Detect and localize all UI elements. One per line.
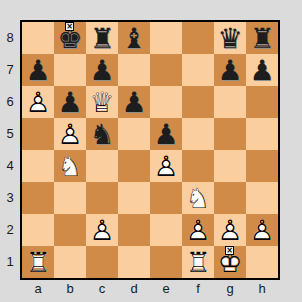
square-d3[interactable] bbox=[118, 182, 150, 214]
piece-white-king[interactable]: ♚♔× bbox=[214, 246, 246, 278]
file-labels: abcdefgh bbox=[22, 280, 278, 298]
square-b7[interactable] bbox=[54, 54, 86, 86]
chess-app-frame: 87654321 ♚×♜♝♛♜♟♟♟♟♟♙♟♛♕♟♟♙♞♟♞♘♟♙♞♘♟♙♟♙♟… bbox=[0, 0, 302, 302]
black-pawn-icon: ♟ bbox=[118, 86, 150, 118]
piece-white-queen[interactable]: ♛♕ bbox=[86, 86, 118, 118]
square-e6[interactable] bbox=[150, 86, 182, 118]
piece-black-pawn[interactable]: ♟ bbox=[246, 54, 278, 86]
square-d1[interactable] bbox=[118, 246, 150, 278]
piece-black-pawn[interactable]: ♟ bbox=[22, 54, 54, 86]
square-f1[interactable]: ♜♖ bbox=[182, 246, 214, 278]
square-a7[interactable]: ♟ bbox=[22, 54, 54, 86]
square-f4[interactable] bbox=[182, 150, 214, 182]
rank-label-6: 6 bbox=[0, 86, 20, 118]
white-pawn-outline-icon: ♙ bbox=[54, 118, 86, 150]
rank-label-5: 5 bbox=[0, 118, 20, 150]
square-h3[interactable] bbox=[246, 182, 278, 214]
white-knight-outline-icon: ♘ bbox=[182, 182, 214, 214]
square-f2[interactable]: ♟♙ bbox=[182, 214, 214, 246]
piece-black-pawn[interactable]: ♟ bbox=[214, 54, 246, 86]
rank-label-8: 8 bbox=[0, 22, 20, 54]
square-g8[interactable]: ♛ bbox=[214, 22, 246, 54]
square-c6[interactable]: ♛♕ bbox=[86, 86, 118, 118]
square-b1[interactable] bbox=[54, 246, 86, 278]
piece-white-knight[interactable]: ♞♘ bbox=[182, 182, 214, 214]
square-e4[interactable]: ♟♙ bbox=[150, 150, 182, 182]
white-pawn-outline-icon: ♙ bbox=[150, 150, 182, 182]
square-b6[interactable]: ♟ bbox=[54, 86, 86, 118]
square-g4[interactable] bbox=[214, 150, 246, 182]
rank-label-4: 4 bbox=[0, 150, 20, 182]
square-g5[interactable] bbox=[214, 118, 246, 150]
piece-white-pawn[interactable]: ♟♙ bbox=[150, 150, 182, 182]
square-h2[interactable]: ♟♙ bbox=[246, 214, 278, 246]
square-d6[interactable]: ♟ bbox=[118, 86, 150, 118]
file-label-a: a bbox=[22, 280, 54, 298]
piece-white-pawn[interactable]: ♟♙ bbox=[246, 214, 278, 246]
square-b3[interactable] bbox=[54, 182, 86, 214]
square-e3[interactable] bbox=[150, 182, 182, 214]
white-pawn-outline-icon: ♙ bbox=[214, 214, 246, 246]
square-f3[interactable]: ♞♘ bbox=[182, 182, 214, 214]
square-b8[interactable]: ♚× bbox=[54, 22, 86, 54]
square-h7[interactable]: ♟ bbox=[246, 54, 278, 86]
black-pawn-icon: ♟ bbox=[54, 86, 86, 118]
piece-white-pawn[interactable]: ♟♙ bbox=[22, 86, 54, 118]
king-x-marker-icon: × bbox=[65, 22, 74, 31]
square-f5[interactable] bbox=[182, 118, 214, 150]
square-g2[interactable]: ♟♙ bbox=[214, 214, 246, 246]
square-e5[interactable]: ♟ bbox=[150, 118, 182, 150]
square-d2[interactable] bbox=[118, 214, 150, 246]
white-queen-outline-icon: ♕ bbox=[86, 86, 118, 118]
piece-black-rook[interactable]: ♜ bbox=[246, 22, 278, 54]
piece-black-rook[interactable]: ♜ bbox=[86, 22, 118, 54]
square-d4[interactable] bbox=[118, 150, 150, 182]
piece-black-pawn[interactable]: ♟ bbox=[86, 54, 118, 86]
white-pawn-outline-icon: ♙ bbox=[86, 214, 118, 246]
black-bishop-icon: ♝ bbox=[118, 22, 150, 54]
black-pawn-icon: ♟ bbox=[214, 54, 246, 86]
white-knight-outline-icon: ♘ bbox=[54, 150, 86, 182]
piece-black-knight[interactable]: ♞ bbox=[86, 118, 118, 150]
square-c2[interactable]: ♟♙ bbox=[86, 214, 118, 246]
white-rook-outline-icon: ♖ bbox=[182, 246, 214, 278]
piece-black-pawn[interactable]: ♟ bbox=[118, 86, 150, 118]
piece-white-rook[interactable]: ♜♖ bbox=[22, 246, 54, 278]
square-a8[interactable] bbox=[22, 22, 54, 54]
piece-black-king[interactable]: ♚× bbox=[54, 22, 86, 54]
square-a6[interactable]: ♟♙ bbox=[22, 86, 54, 118]
square-h1[interactable] bbox=[246, 246, 278, 278]
square-e2[interactable] bbox=[150, 214, 182, 246]
board-frame: ♚×♜♝♛♜♟♟♟♟♟♙♟♛♕♟♟♙♞♟♞♘♟♙♞♘♟♙♟♙♟♙♟♙♜♖♜♖♚♔… bbox=[20, 20, 280, 280]
square-g3[interactable] bbox=[214, 182, 246, 214]
square-g1[interactable]: ♚♔× bbox=[214, 246, 246, 278]
square-c4[interactable] bbox=[86, 150, 118, 182]
square-a4[interactable] bbox=[22, 150, 54, 182]
square-g6[interactable] bbox=[214, 86, 246, 118]
rank-label-2: 2 bbox=[0, 214, 20, 246]
square-a3[interactable] bbox=[22, 182, 54, 214]
square-f7[interactable] bbox=[182, 54, 214, 86]
board: ♚×♜♝♛♜♟♟♟♟♟♙♟♛♕♟♟♙♞♟♞♘♟♙♞♘♟♙♟♙♟♙♟♙♜♖♜♖♚♔… bbox=[22, 22, 278, 278]
square-h8[interactable]: ♜ bbox=[246, 22, 278, 54]
file-label-h: h bbox=[246, 280, 278, 298]
square-c7[interactable]: ♟ bbox=[86, 54, 118, 86]
square-d8[interactable]: ♝ bbox=[118, 22, 150, 54]
square-c1[interactable] bbox=[86, 246, 118, 278]
square-e7[interactable] bbox=[150, 54, 182, 86]
rank-label-7: 7 bbox=[0, 54, 20, 86]
rank-label-1: 1 bbox=[0, 246, 20, 278]
file-label-b: b bbox=[54, 280, 86, 298]
black-pawn-icon: ♟ bbox=[150, 118, 182, 150]
piece-white-pawn[interactable]: ♟♙ bbox=[214, 214, 246, 246]
square-c5[interactable]: ♞ bbox=[86, 118, 118, 150]
file-label-f: f bbox=[182, 280, 214, 298]
black-pawn-icon: ♟ bbox=[246, 54, 278, 86]
square-b4[interactable]: ♞♘ bbox=[54, 150, 86, 182]
piece-white-knight[interactable]: ♞♘ bbox=[54, 150, 86, 182]
piece-white-pawn[interactable]: ♟♙ bbox=[54, 118, 86, 150]
square-h6[interactable] bbox=[246, 86, 278, 118]
black-rook-icon: ♜ bbox=[246, 22, 278, 54]
square-g7[interactable]: ♟ bbox=[214, 54, 246, 86]
rank-label-3: 3 bbox=[0, 182, 20, 214]
piece-white-pawn[interactable]: ♟♙ bbox=[86, 214, 118, 246]
file-label-d: d bbox=[118, 280, 150, 298]
white-rook-outline-icon: ♖ bbox=[22, 246, 54, 278]
square-a2[interactable] bbox=[22, 214, 54, 246]
square-c8[interactable]: ♜ bbox=[86, 22, 118, 54]
rank-labels: 87654321 bbox=[0, 22, 20, 278]
white-pawn-outline-icon: ♙ bbox=[246, 214, 278, 246]
square-h4[interactable] bbox=[246, 150, 278, 182]
piece-black-queen[interactable]: ♛ bbox=[214, 22, 246, 54]
piece-black-pawn[interactable]: ♟ bbox=[150, 118, 182, 150]
black-pawn-icon: ♟ bbox=[86, 54, 118, 86]
square-c3[interactable] bbox=[86, 182, 118, 214]
black-queen-icon: ♛ bbox=[214, 22, 246, 54]
file-label-g: g bbox=[214, 280, 246, 298]
piece-black-bishop[interactable]: ♝ bbox=[118, 22, 150, 54]
square-a5[interactable] bbox=[22, 118, 54, 150]
square-f6[interactable] bbox=[182, 86, 214, 118]
square-f8[interactable] bbox=[182, 22, 214, 54]
file-label-c: c bbox=[86, 280, 118, 298]
black-rook-icon: ♜ bbox=[86, 22, 118, 54]
white-pawn-outline-icon: ♙ bbox=[22, 86, 54, 118]
piece-white-rook[interactable]: ♜♖ bbox=[182, 246, 214, 278]
square-d5[interactable] bbox=[118, 118, 150, 150]
square-e8[interactable] bbox=[150, 22, 182, 54]
file-label-e: e bbox=[150, 280, 182, 298]
black-pawn-icon: ♟ bbox=[22, 54, 54, 86]
king-x-marker-icon: × bbox=[225, 246, 234, 255]
piece-black-pawn[interactable]: ♟ bbox=[54, 86, 86, 118]
square-b2[interactable] bbox=[54, 214, 86, 246]
square-d7[interactable] bbox=[118, 54, 150, 86]
square-a1[interactable]: ♜♖ bbox=[22, 246, 54, 278]
square-e1[interactable] bbox=[150, 246, 182, 278]
square-b5[interactable]: ♟♙ bbox=[54, 118, 86, 150]
white-pawn-outline-icon: ♙ bbox=[182, 214, 214, 246]
piece-white-pawn[interactable]: ♟♙ bbox=[182, 214, 214, 246]
square-h5[interactable] bbox=[246, 118, 278, 150]
black-knight-icon: ♞ bbox=[86, 118, 118, 150]
